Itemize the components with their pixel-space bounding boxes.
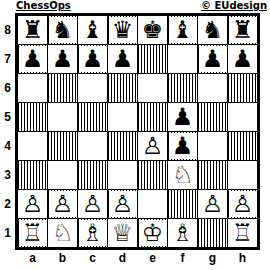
square-f6 — [168, 74, 197, 102]
rank-label-3: 3 — [0, 161, 15, 189]
board: ♜♞♝♛♚♝♞♜♟♟♟♟♟♟♟♙♟♘♙♙♙♙♙♙♖♘♗♕♔♗♖ — [15, 13, 260, 250]
square-g8: ♞ — [198, 16, 227, 44]
square-e8: ♚ — [138, 16, 167, 44]
rank-label-4: 4 — [0, 132, 15, 160]
square-d8: ♛ — [108, 16, 137, 44]
square-g2: ♙ — [198, 190, 227, 218]
square-e6 — [138, 74, 167, 102]
square-c1: ♗ — [78, 219, 107, 247]
white-bishop-c1: ♗ — [79, 220, 106, 246]
black-bishop-c8: ♝ — [79, 17, 106, 43]
square-c8: ♝ — [78, 16, 107, 44]
copyright-credit: © EUdesign — [201, 0, 267, 12]
square-a8: ♜ — [18, 16, 47, 44]
square-a3 — [18, 161, 47, 189]
square-c5 — [78, 103, 107, 131]
white-pawn-c2: ♙ — [79, 191, 106, 217]
square-c6 — [78, 74, 107, 102]
white-pawn-b2: ♙ — [49, 191, 76, 217]
file-labels: a b c d e f g h — [18, 250, 270, 266]
black-pawn-f4: ♟ — [169, 133, 196, 159]
rank-label-2: 2 — [0, 190, 15, 218]
square-a1: ♖ — [18, 219, 47, 247]
square-h4 — [228, 132, 257, 160]
rank-label-7: 7 — [0, 45, 15, 73]
square-g4 — [198, 132, 227, 160]
square-h1: ♖ — [228, 219, 257, 247]
square-b5 — [48, 103, 77, 131]
rank-labels: 8 7 6 5 4 3 2 1 — [0, 13, 15, 250]
square-e4: ♙ — [138, 132, 167, 160]
square-d6 — [108, 74, 137, 102]
black-pawn-c7: ♟ — [79, 46, 106, 72]
square-f3: ♘ — [168, 161, 197, 189]
app-title: ChessOps — [16, 0, 71, 12]
black-knight-g8: ♞ — [199, 17, 226, 43]
file-label-h: h — [228, 250, 257, 266]
white-queen-d1: ♕ — [109, 220, 136, 246]
rank-label-1: 1 — [0, 219, 15, 247]
white-knight-f3: ♘ — [169, 162, 196, 188]
white-knight-b1: ♘ — [49, 220, 76, 246]
square-b7: ♟ — [48, 45, 77, 73]
square-f8: ♝ — [168, 16, 197, 44]
rank-label-6: 6 — [0, 74, 15, 102]
white-pawn-d2: ♙ — [109, 191, 136, 217]
square-b1: ♘ — [48, 219, 77, 247]
square-g7: ♟ — [198, 45, 227, 73]
square-e3 — [138, 161, 167, 189]
square-g1 — [198, 219, 227, 247]
square-a4 — [18, 132, 47, 160]
square-b3 — [48, 161, 77, 189]
black-pawn-a7: ♟ — [19, 46, 46, 72]
white-king-e1: ♔ — [139, 220, 166, 246]
square-f5: ♟ — [168, 103, 197, 131]
square-h2: ♙ — [228, 190, 257, 218]
square-a5 — [18, 103, 47, 131]
square-d3 — [108, 161, 137, 189]
square-c7: ♟ — [78, 45, 107, 73]
square-f1: ♗ — [168, 219, 197, 247]
square-d5 — [108, 103, 137, 131]
square-e7 — [138, 45, 167, 73]
square-c2: ♙ — [78, 190, 107, 218]
square-f2 — [168, 190, 197, 218]
square-f4: ♟ — [168, 132, 197, 160]
file-label-g: g — [198, 250, 227, 266]
file-label-f: f — [168, 250, 197, 266]
square-g6 — [198, 74, 227, 102]
white-rook-h1: ♖ — [229, 220, 256, 246]
black-pawn-g7: ♟ — [199, 46, 226, 72]
square-b6 — [48, 74, 77, 102]
square-a2: ♙ — [18, 190, 47, 218]
square-d7: ♟ — [108, 45, 137, 73]
square-f7 — [168, 45, 197, 73]
white-pawn-h2: ♙ — [229, 191, 256, 217]
square-h5 — [228, 103, 257, 131]
square-b2: ♙ — [48, 190, 77, 218]
rank-label-5: 5 — [0, 103, 15, 131]
square-g3 — [198, 161, 227, 189]
black-pawn-f5: ♟ — [169, 104, 196, 130]
white-pawn-e4: ♙ — [139, 133, 166, 159]
black-rook-h8: ♜ — [229, 17, 256, 43]
square-d2: ♙ — [108, 190, 137, 218]
square-d4 — [108, 132, 137, 160]
file-label-c: c — [78, 250, 107, 266]
file-label-b: b — [48, 250, 77, 266]
square-e5 — [138, 103, 167, 131]
black-bishop-f8: ♝ — [169, 17, 196, 43]
square-c3 — [78, 161, 107, 189]
square-d1: ♕ — [108, 219, 137, 247]
white-rook-a1: ♖ — [19, 220, 46, 246]
black-knight-b8: ♞ — [49, 17, 76, 43]
file-label-d: d — [108, 250, 137, 266]
header: ChessOps © EUdesign — [0, 0, 270, 13]
black-pawn-b7: ♟ — [49, 46, 76, 72]
square-h7: ♟ — [228, 45, 257, 73]
black-king-e8: ♚ — [139, 17, 166, 43]
file-label-a: a — [18, 250, 47, 266]
black-rook-a8: ♜ — [19, 17, 46, 43]
square-a6 — [18, 74, 47, 102]
square-g5 — [198, 103, 227, 131]
black-queen-d8: ♛ — [109, 17, 136, 43]
square-h6 — [228, 74, 257, 102]
black-pawn-h7: ♟ — [229, 46, 256, 72]
rank-label-8: 8 — [0, 16, 15, 44]
chessops-diagram: ChessOps © EUdesign 8 7 6 5 4 3 2 1 ♜♞♝♛… — [0, 0, 270, 270]
white-pawn-a2: ♙ — [19, 191, 46, 217]
white-bishop-f1: ♗ — [169, 220, 196, 246]
square-h8: ♜ — [228, 16, 257, 44]
square-c4 — [78, 132, 107, 160]
file-label-e: e — [138, 250, 167, 266]
black-pawn-d7: ♟ — [109, 46, 136, 72]
square-b8: ♞ — [48, 16, 77, 44]
square-a7: ♟ — [18, 45, 47, 73]
white-pawn-g2: ♙ — [199, 191, 226, 217]
square-e1: ♔ — [138, 219, 167, 247]
square-e2 — [138, 190, 167, 218]
square-b4 — [48, 132, 77, 160]
square-h3 — [228, 161, 257, 189]
